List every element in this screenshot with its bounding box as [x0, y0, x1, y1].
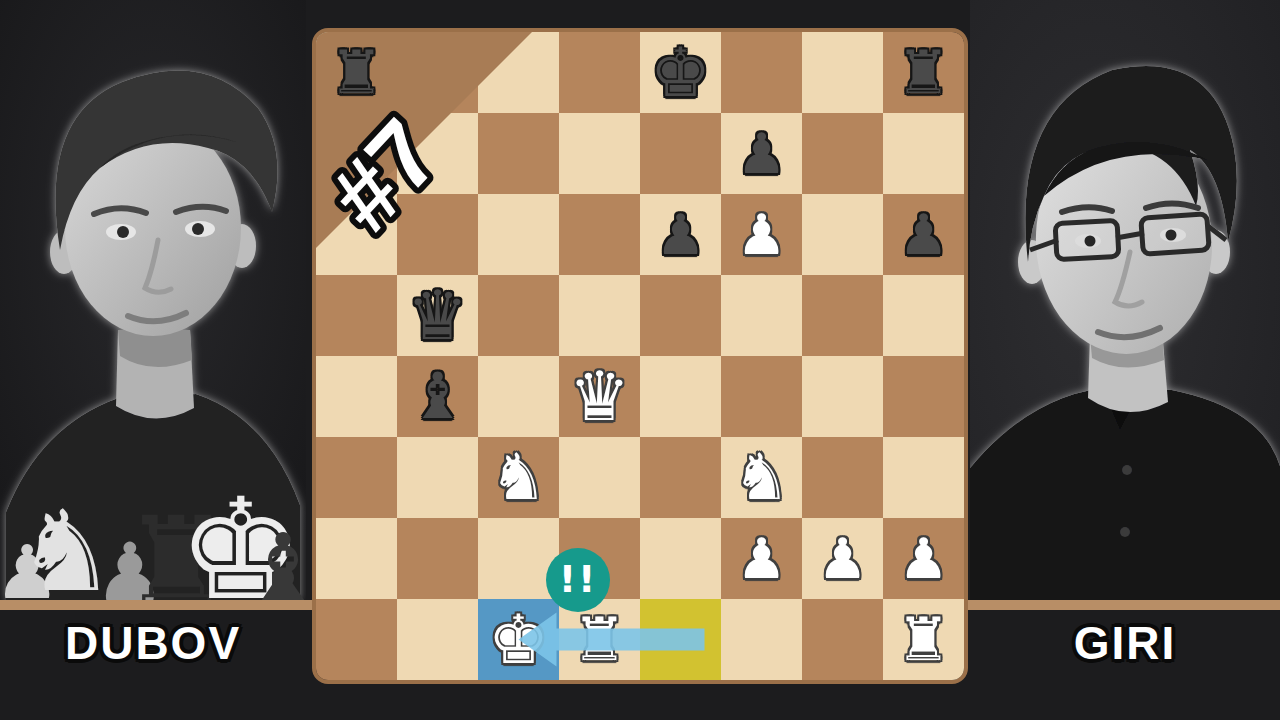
square-b2 [397, 518, 478, 599]
black-bishop-b4: ♝ [397, 356, 478, 437]
square-e1 [640, 599, 721, 680]
white-queen-d4: ♛ [559, 356, 640, 437]
square-d7 [559, 113, 640, 194]
square-h5 [883, 275, 964, 356]
chess-board: ♜♜♚♟♟♟♞♞♛♝♛♟♟♟♟♜♚♜ !! #7 [312, 28, 968, 684]
square-b6 [397, 194, 478, 275]
white-rook-h1: ♜ [883, 599, 964, 680]
square-c7 [478, 113, 559, 194]
player-name-right: GIRI [970, 616, 1280, 670]
black-rook-a8: ♜ [316, 32, 397, 113]
square-d8 [559, 32, 640, 113]
square-g3 [802, 437, 883, 518]
square-f5 [721, 275, 802, 356]
black-rook-h8: ♜ [883, 32, 964, 113]
square-e3 [640, 437, 721, 518]
white-pawn-f6: ♟ [721, 194, 802, 275]
square-a3 [316, 437, 397, 518]
black-pawn-f7: ♟ [721, 113, 802, 194]
brilliant-move-badge: !! [546, 548, 610, 612]
square-g8 [802, 32, 883, 113]
square-f1 [721, 599, 802, 680]
square-a2 [316, 518, 397, 599]
square-c4 [478, 356, 559, 437]
square-d5 [559, 275, 640, 356]
white-pawn-g2: ♟ [802, 518, 883, 599]
dubov-portrait-art: ♟ ♞ ♟ ♜ ♚ ♝ [0, 0, 306, 600]
white-pawn-h2: ♟ [883, 518, 964, 599]
square-b1 [397, 599, 478, 680]
square-d6 [559, 194, 640, 275]
photo-dubov: ♟ ♞ ♟ ♜ ♚ ♝ [0, 0, 306, 600]
brilliant-move-annotation: !! [559, 557, 598, 601]
square-d3 [559, 437, 640, 518]
square-c5 [478, 275, 559, 356]
white-king-c1: ♚ [478, 599, 559, 680]
square-h4 [883, 356, 964, 437]
white-pawn-f2: ♟ [721, 518, 802, 599]
square-h3 [883, 437, 964, 518]
giri-portrait-art [970, 0, 1280, 600]
black-pawn-e6: ♟ [640, 194, 721, 275]
white-knight-c3: ♞ [478, 437, 559, 518]
square-g6 [802, 194, 883, 275]
square-g1 [802, 599, 883, 680]
square-f8 [721, 32, 802, 113]
black-queen-b5: ♛ [397, 275, 478, 356]
square-a4 [316, 356, 397, 437]
square-g7 [802, 113, 883, 194]
square-h7 [883, 113, 964, 194]
thumbnail: ♟ ♞ ♟ ♜ ♚ ♝ [0, 0, 1280, 720]
svg-text:♝: ♝ [240, 513, 306, 600]
square-e2 [640, 518, 721, 599]
player-name-left: DUBOV [0, 616, 306, 670]
square-g5 [802, 275, 883, 356]
white-knight-f3: ♞ [721, 437, 802, 518]
square-a1 [316, 599, 397, 680]
square-a5 [316, 275, 397, 356]
square-e5 [640, 275, 721, 356]
black-pawn-h6: ♟ [883, 194, 964, 275]
square-c6 [478, 194, 559, 275]
square-e7 [640, 113, 721, 194]
square-b3 [397, 437, 478, 518]
square-f4 [721, 356, 802, 437]
square-g4 [802, 356, 883, 437]
photo-giri [970, 0, 1280, 600]
square-e4 [640, 356, 721, 437]
black-king-e8: ♚ [640, 32, 721, 113]
